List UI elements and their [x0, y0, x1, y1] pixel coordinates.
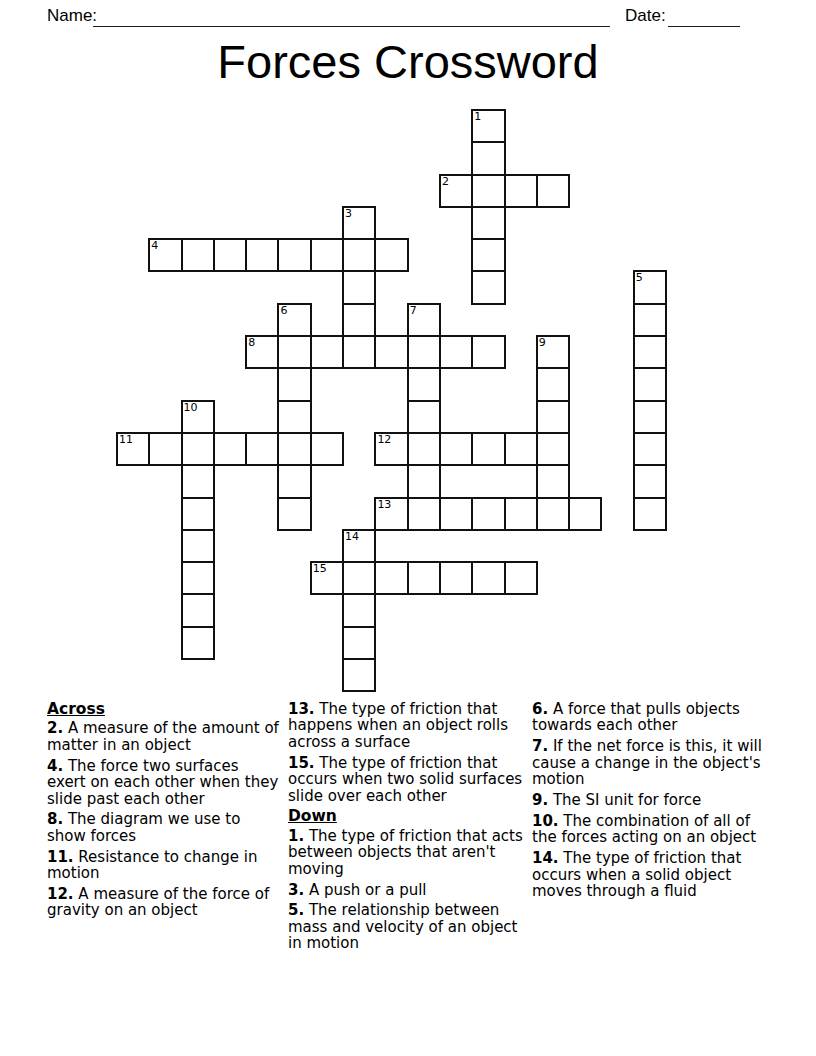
- clue-down-6: 6. A force that pulls objects towards ea…: [532, 701, 778, 734]
- grid-cell[interactable]: [408, 465, 440, 497]
- grid-cell[interactable]: [278, 433, 310, 465]
- clue-number: 11.: [47, 848, 74, 866]
- grid-cell[interactable]: 1: [472, 110, 504, 142]
- crossword-grid: 123456789101112131415: [117, 110, 666, 691]
- grid-cell[interactable]: [311, 336, 343, 368]
- grid-cell[interactable]: [472, 336, 504, 368]
- cell-number: 15: [313, 563, 327, 574]
- grid-cell[interactable]: [634, 304, 666, 336]
- grid-cell[interactable]: [375, 562, 407, 594]
- grid-cell[interactable]: [440, 336, 472, 368]
- grid-cell[interactable]: [278, 498, 310, 530]
- clue-down-1: 1. The type of friction that acts betwee…: [288, 828, 532, 877]
- grid-cell[interactable]: [440, 562, 472, 594]
- grid-cell[interactable]: [375, 239, 407, 271]
- clue-column-2: 13. The type of friction that happens wh…: [288, 701, 532, 956]
- grid-cell[interactable]: [634, 465, 666, 497]
- grid-cell[interactable]: [408, 336, 440, 368]
- clue-text: The type of friction that occurs when a …: [532, 849, 741, 900]
- grid-cell[interactable]: [343, 594, 375, 626]
- grid-cell[interactable]: [343, 271, 375, 303]
- clue-text: The type of friction that happens when a…: [288, 700, 508, 751]
- cell-number: 7: [410, 305, 417, 316]
- clue-text: The diagram we use to show forces: [47, 810, 240, 844]
- cell-number: 3: [345, 208, 352, 219]
- grid-cell[interactable]: [408, 368, 440, 400]
- grid-cell[interactable]: [182, 433, 214, 465]
- clue-number: 8.: [47, 810, 63, 828]
- clue-column-1: Across2. A measure of the amount of matt…: [47, 701, 280, 923]
- grid-cell[interactable]: [634, 433, 666, 465]
- grid-cell[interactable]: [634, 368, 666, 400]
- grid-cell[interactable]: [472, 562, 504, 594]
- clue-number: 2.: [47, 719, 63, 737]
- grid-cell[interactable]: 15: [311, 562, 343, 594]
- grid-cell[interactable]: [408, 401, 440, 433]
- grid-cell[interactable]: [408, 562, 440, 594]
- grid-cell[interactable]: [182, 239, 214, 271]
- clue-number: 4.: [47, 757, 63, 775]
- clue-text: The type of friction that occurs when tw…: [288, 754, 522, 805]
- grid-cell[interactable]: 10: [182, 401, 214, 433]
- clue-number: 15.: [288, 754, 315, 772]
- clue-down-3: 3. A push or a pull: [288, 882, 532, 898]
- grid-cell[interactable]: [537, 433, 569, 465]
- clue-text: Resistance to change in motion: [47, 848, 257, 882]
- name-input-line[interactable]: [93, 26, 610, 27]
- cell-number: 2: [442, 176, 449, 187]
- clue-number: 7.: [532, 737, 548, 755]
- clue-down-10: 10. The combination of all of the forces…: [532, 813, 778, 846]
- grid-cell[interactable]: [472, 433, 504, 465]
- grid-cell[interactable]: [214, 433, 246, 465]
- grid-cell[interactable]: [311, 433, 343, 465]
- clue-text: The combination of all of the forces act…: [532, 812, 756, 846]
- grid-cell[interactable]: [375, 336, 407, 368]
- cell-number: 8: [248, 337, 255, 348]
- grid-cell[interactable]: [537, 368, 569, 400]
- cell-number: 10: [184, 402, 198, 413]
- grid-cell[interactable]: [278, 401, 310, 433]
- clue-down-14: 14. The type of friction that occurs whe…: [532, 850, 778, 899]
- grid-cell[interactable]: [472, 175, 504, 207]
- clue-across-2: 2. A measure of the amount of matter in …: [47, 720, 280, 753]
- across-header: Across: [47, 701, 280, 717]
- grid-cell[interactable]: 6: [278, 304, 310, 336]
- grid-cell[interactable]: [537, 401, 569, 433]
- grid-cell[interactable]: [634, 498, 666, 530]
- grid-cell[interactable]: 8: [246, 336, 278, 368]
- clue-across-12: 12. A measure of the force of gravity on…: [47, 886, 280, 919]
- cell-number: 6: [280, 305, 287, 316]
- grid-cell[interactable]: [472, 498, 504, 530]
- grid-cell[interactable]: 9: [537, 336, 569, 368]
- clue-text: A push or a pull: [304, 881, 426, 899]
- grid-cell[interactable]: [182, 562, 214, 594]
- grid-cell[interactable]: [440, 433, 472, 465]
- grid-cell[interactable]: [246, 239, 278, 271]
- grid-cell[interactable]: [634, 336, 666, 368]
- grid-cell[interactable]: 14: [343, 530, 375, 562]
- clue-across-13: 13. The type of friction that happens wh…: [288, 701, 532, 750]
- clue-text: The force two surfaces exert on each oth…: [47, 757, 278, 808]
- cell-number: 5: [636, 272, 643, 283]
- grid-cell[interactable]: [440, 498, 472, 530]
- grid-cell[interactable]: 4: [149, 239, 181, 271]
- clue-number: 3.: [288, 881, 304, 899]
- page-title: Forces Crossword: [0, 34, 816, 89]
- grid-cell[interactable]: [537, 465, 569, 497]
- clue-text: The SI unit for force: [548, 791, 701, 809]
- clue-text: The type of friction that acts between o…: [288, 827, 523, 878]
- worksheet-page: { "game": "crossword", "title": "Forces …: [0, 0, 816, 1056]
- grid-cell[interactable]: [278, 368, 310, 400]
- clue-number: 12.: [47, 885, 74, 903]
- clue-text: If the net force is this, it will cause …: [532, 737, 762, 788]
- clue-number: 1.: [288, 827, 304, 845]
- clue-number: 5.: [288, 901, 304, 919]
- cell-number: 1: [474, 111, 481, 122]
- grid-cell[interactable]: [182, 498, 214, 530]
- date-label: Date:: [625, 6, 666, 26]
- grid-cell[interactable]: [246, 433, 278, 465]
- clue-number: 14.: [532, 849, 559, 867]
- grid-cell[interactable]: [182, 465, 214, 497]
- clue-number: 13.: [288, 700, 315, 718]
- grid-cell[interactable]: [343, 627, 375, 659]
- grid-cell[interactable]: [343, 562, 375, 594]
- clue-down-5: 5. The relationship between mass and vel…: [288, 902, 532, 951]
- grid-cell[interactable]: [472, 239, 504, 271]
- clue-number: 6.: [532, 700, 548, 718]
- clue-across-11: 11. Resistance to change in motion: [47, 849, 280, 882]
- grid-cell[interactable]: [505, 498, 537, 530]
- grid-cell[interactable]: [343, 659, 375, 691]
- clue-across-15: 15. The type of friction that occurs whe…: [288, 755, 532, 804]
- clue-column-3: 6. A force that pulls objects towards ea…: [532, 701, 778, 904]
- grid-cell[interactable]: [278, 239, 310, 271]
- clue-number: 9.: [532, 791, 548, 809]
- grid-cell[interactable]: [182, 594, 214, 626]
- grid-cell[interactable]: [343, 239, 375, 271]
- name-label: Name:: [47, 6, 97, 26]
- grid-cell[interactable]: [408, 498, 440, 530]
- clue-down-9: 9. The SI unit for force: [532, 792, 778, 808]
- cell-number: 14: [345, 531, 359, 542]
- grid-cell[interactable]: [472, 271, 504, 303]
- clue-text: A measure of the force of gravity on an …: [47, 885, 269, 919]
- grid-cell[interactable]: [505, 562, 537, 594]
- cell-number: 9: [539, 337, 546, 348]
- grid-cell[interactable]: [214, 239, 246, 271]
- clue-text: The relationship between mass and veloci…: [288, 901, 518, 952]
- grid-cell[interactable]: [537, 498, 569, 530]
- clue-across-4: 4. The force two surfaces exert on each …: [47, 758, 280, 807]
- grid-cell[interactable]: [278, 336, 310, 368]
- grid-cell[interactable]: 3: [343, 207, 375, 239]
- grid-cell[interactable]: [408, 433, 440, 465]
- cell-number: 13: [377, 499, 391, 510]
- grid-cell[interactable]: [343, 336, 375, 368]
- grid-cell[interactable]: [149, 433, 181, 465]
- date-input-line[interactable]: [668, 26, 740, 27]
- grid-cell[interactable]: 13: [375, 498, 407, 530]
- grid-cell[interactable]: [472, 207, 504, 239]
- grid-cell[interactable]: [472, 142, 504, 174]
- clue-text: A force that pulls objects towards each …: [532, 700, 740, 734]
- down-header: Down: [288, 808, 532, 824]
- grid-cell[interactable]: [278, 465, 310, 497]
- grid-cell[interactable]: [569, 498, 601, 530]
- grid-cell[interactable]: 5: [634, 271, 666, 303]
- cell-number: 4: [151, 240, 158, 251]
- clue-down-7: 7. If the net force is this, it will cau…: [532, 738, 778, 787]
- grid-cell[interactable]: [182, 530, 214, 562]
- grid-cell[interactable]: [505, 175, 537, 207]
- grid-cell[interactable]: 11: [117, 433, 149, 465]
- grid-cell[interactable]: [634, 401, 666, 433]
- grid-cell[interactable]: [311, 239, 343, 271]
- clue-text: A measure of the amount of matter in an …: [47, 719, 279, 753]
- cell-number: 12: [377, 434, 391, 445]
- grid-cell[interactable]: [182, 627, 214, 659]
- grid-cell[interactable]: 2: [440, 175, 472, 207]
- grid-cell[interactable]: [537, 175, 569, 207]
- clue-across-8: 8. The diagram we use to show forces: [47, 811, 280, 844]
- grid-cell[interactable]: [343, 304, 375, 336]
- grid-cell[interactable]: [505, 433, 537, 465]
- grid-cell[interactable]: 7: [408, 304, 440, 336]
- cell-number: 11: [119, 434, 133, 445]
- clue-number: 10.: [532, 812, 559, 830]
- grid-cell[interactable]: 12: [375, 433, 407, 465]
